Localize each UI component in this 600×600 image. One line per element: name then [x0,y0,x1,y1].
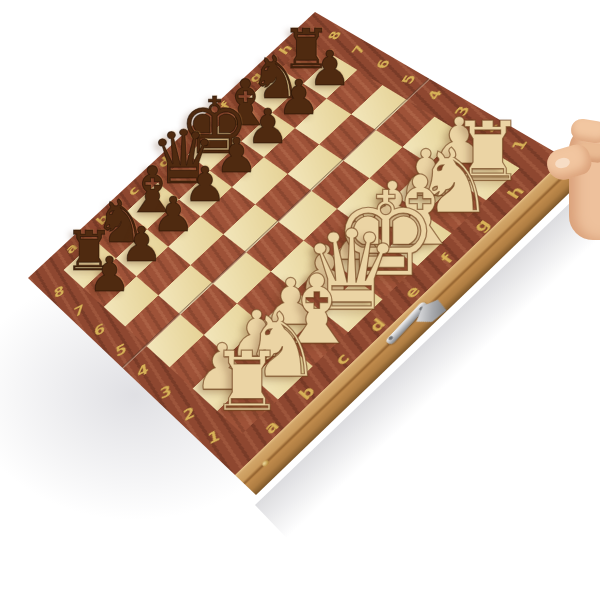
black-pawn-a7[interactable]: ♟ [88,249,131,297]
product-photo-stage: 8877665544332211aabbccddeeffgghh ♜♞♝♛♚♝♞… [0,0,600,600]
pieces-layer: ♜♞♝♛♚♝♞♜♟♟♟♟♟♟♟♟♟♟♟♟♟♟♟♟♜♞♝♛♚♝♞♜ [0,0,600,600]
white-rook-a1[interactable]: ♜ [210,341,284,423]
